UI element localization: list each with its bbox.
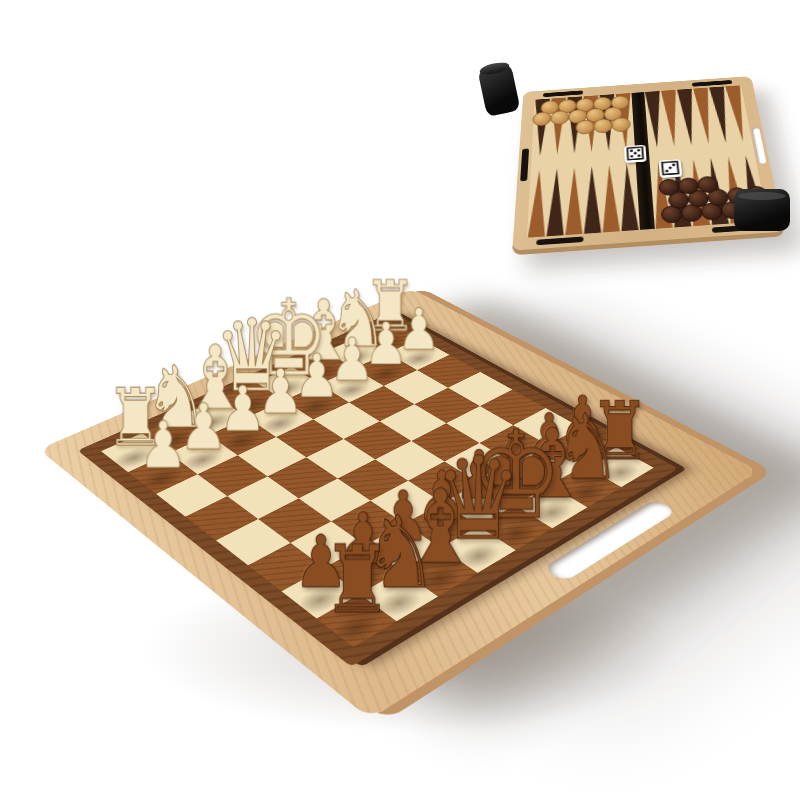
chess-board: ♜♞♝♛♚♝♞♜♟♟♟♟♟♟♟♟♟♟♟♟♟♟♟♟♜♞♝♛♚♝♞♜ xyxy=(39,289,759,719)
chess-board-scene: ♜♞♝♛♚♝♞♜♟♟♟♟♟♟♟♟♟♟♟♟♟♟♟♟♜♞♝♛♚♝♞♜ xyxy=(0,0,800,800)
product-photo: ⚄⚂ ♜♞♝♛♚♝♞♜♟♟♟♟♟♟♟♟♟♟♟♟♟♟♟♟♜♞♝♛♚♝♞♜ xyxy=(0,0,800,800)
